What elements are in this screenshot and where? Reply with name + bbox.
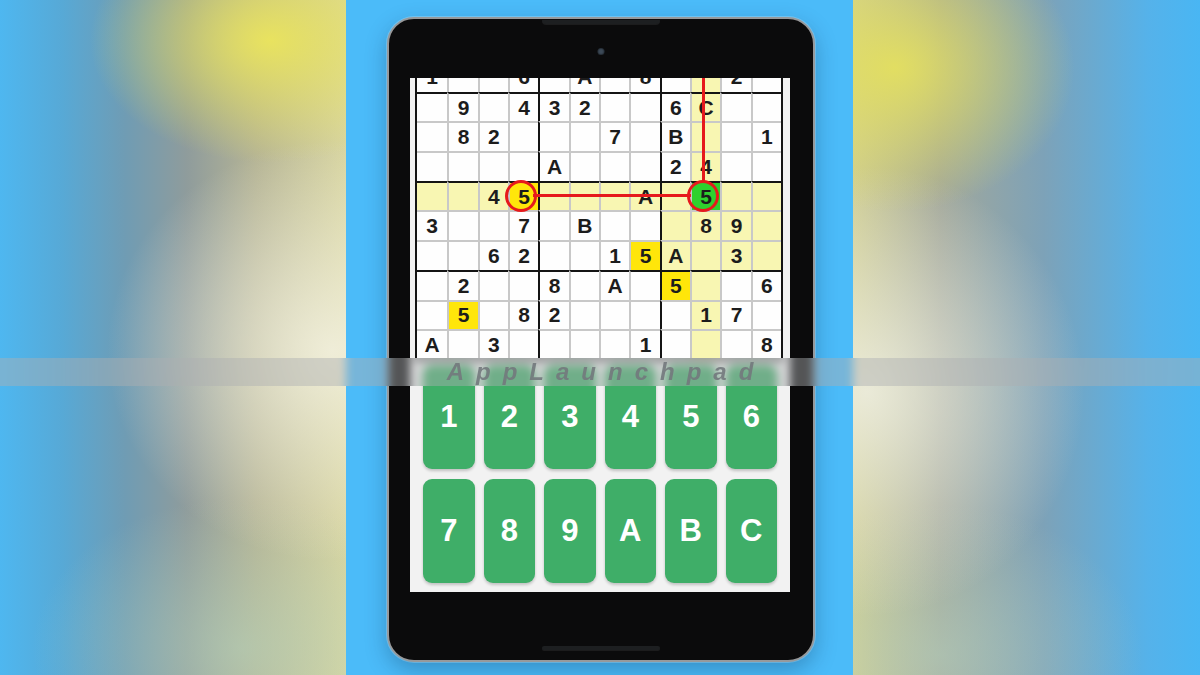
board-cell-r3c11[interactable]: 2 (720, 78, 750, 92)
board-cell-r6c1[interactable] (417, 151, 447, 181)
board-cell-r11c2[interactable]: 5 (447, 300, 477, 330)
board-cell-r6c4[interactable] (508, 151, 538, 181)
board-cell-r4c2[interactable]: 9 (447, 92, 477, 122)
board-cell-r3c8[interactable]: 8 (629, 78, 659, 92)
board-cell-r8c6[interactable]: B (569, 210, 599, 240)
board-cell-r10c5[interactable]: 8 (538, 270, 568, 300)
board-cell-r6c12[interactable] (751, 151, 781, 181)
board-cell-r12c1[interactable]: A (417, 329, 447, 359)
board-cell-r8c7[interactable] (599, 210, 629, 240)
tablet-top-seam (542, 20, 660, 24)
board-cell-r8c1[interactable]: 3 (417, 210, 447, 240)
board-cell-r5c4[interactable] (508, 121, 538, 151)
board-cell-r8c4[interactable]: 7 (508, 210, 538, 240)
board-cell-r6c10[interactable]: 4 (690, 151, 720, 181)
board-cell-r9c10[interactable] (690, 240, 720, 270)
board-cell-r11c12[interactable] (751, 300, 781, 330)
board-cell-r11c11[interactable]: 7 (720, 300, 750, 330)
board-cell-r9c9[interactable]: A (660, 240, 690, 270)
board-cell-r12c3[interactable]: 3 (478, 329, 508, 359)
board-cell-r10c8[interactable] (629, 270, 659, 300)
board-cell-r3c12[interactable] (751, 78, 781, 92)
board-cell-r9c4[interactable]: 2 (508, 240, 538, 270)
board-cell-r10c3[interactable] (478, 270, 508, 300)
board-cell-r10c7[interactable]: A (599, 270, 629, 300)
board-cell-r7c6[interactable] (569, 181, 599, 211)
board-cell-r11c1[interactable] (417, 300, 447, 330)
board-cell-r6c2[interactable] (447, 151, 477, 181)
board-cell-r11c10[interactable]: 1 (690, 300, 720, 330)
front-camera-icon (598, 48, 605, 55)
tablet-bottom-seam (542, 646, 660, 650)
board-cell-r7c3[interactable]: 4 (478, 181, 508, 211)
app-screen: 16A8294326C827B1A2445A537B896215A328A565… (410, 78, 790, 592)
watermark-text: AppLaunchpad (435, 358, 766, 386)
board-cell-r3c5[interactable] (538, 78, 568, 92)
board-cell-r7c7[interactable] (599, 181, 629, 211)
board-cell-r9c12[interactable] (751, 240, 781, 270)
board-cell-r9c1[interactable] (417, 240, 447, 270)
board-cell-r4c12[interactable] (751, 92, 781, 122)
board-cell-r11c5[interactable]: 2 (538, 300, 568, 330)
board-cell-r4c8[interactable] (629, 92, 659, 122)
board-cell-r12c6[interactable] (569, 329, 599, 359)
board-cell-r8c11[interactable]: 9 (720, 210, 750, 240)
board-cell-r6c8[interactable] (629, 151, 659, 181)
board-cell-r3c1[interactable]: 1 (417, 78, 447, 92)
board-cell-r3c10[interactable] (690, 78, 720, 92)
board-cell-r7c9[interactable] (660, 181, 690, 211)
board-cell-r10c10[interactable] (690, 270, 720, 300)
board-cell-r5c5[interactable] (538, 121, 568, 151)
keypad-button-C[interactable]: C (726, 479, 778, 583)
board-cell-r7c10[interactable]: 5 (690, 181, 720, 211)
board-cell-r5c12[interactable]: 1 (751, 121, 781, 151)
board-cell-r6c3[interactable] (478, 151, 508, 181)
board-cell-r8c10[interactable]: 8 (690, 210, 720, 240)
board-cell-r5c10[interactable] (690, 121, 720, 151)
board-cell-r5c1[interactable] (417, 121, 447, 151)
keypad-button-A[interactable]: A (605, 479, 657, 583)
board-cell-r9c11[interactable]: 3 (720, 240, 750, 270)
board-cell-r5c2[interactable]: 8 (447, 121, 477, 151)
board-cell-r3c3[interactable] (478, 78, 508, 92)
board-cell-r12c10[interactable] (690, 329, 720, 359)
board-cell-r6c5[interactable]: A (538, 151, 568, 181)
board-cell-r5c6[interactable] (569, 121, 599, 151)
board-cell-r9c6[interactable] (569, 240, 599, 270)
board-cell-r8c8[interactable] (629, 210, 659, 240)
board-cell-r4c1[interactable] (417, 92, 447, 122)
board-cell-r5c3[interactable]: 2 (478, 121, 508, 151)
board-cell-r5c9[interactable]: B (660, 121, 690, 151)
board-cell-r12c4[interactable] (508, 329, 538, 359)
board-cell-r10c2[interactable]: 2 (447, 270, 477, 300)
board-cell-r6c7[interactable] (599, 151, 629, 181)
board-cell-r4c3[interactable] (478, 92, 508, 122)
board-cell-r10c12[interactable]: 6 (751, 270, 781, 300)
screenshot-stage: 16A8294326C827B1A2445A537B896215A328A565… (0, 0, 1200, 675)
board-cell-r11c6[interactable] (569, 300, 599, 330)
board-cell-r4c6[interactable]: 2 (569, 92, 599, 122)
board-cell-r11c7[interactable] (599, 300, 629, 330)
board-cell-r11c4[interactable]: 8 (508, 300, 538, 330)
board-cell-r5c7[interactable]: 7 (599, 121, 629, 151)
board-cell-r12c12[interactable]: 8 (751, 329, 781, 359)
watermark-bar: AppLaunchpad (0, 358, 1200, 386)
keypad-button-B[interactable]: B (665, 479, 717, 583)
board-cell-r3c4[interactable]: 6 (508, 78, 538, 92)
board-cell-r9c8[interactable]: 5 (629, 240, 659, 270)
board-cell-r9c7[interactable]: 1 (599, 240, 629, 270)
board-cell-r11c9[interactable] (660, 300, 690, 330)
board-cell-r12c8[interactable]: 1 (629, 329, 659, 359)
board-cell-r9c2[interactable] (447, 240, 477, 270)
board-cell-r4c5[interactable]: 3 (538, 92, 568, 122)
board-cell-r5c8[interactable] (629, 121, 659, 151)
board-cell-r3c2[interactable] (447, 78, 477, 92)
board-cell-r4c10[interactable]: C (690, 92, 720, 122)
board-cell-r10c4[interactable] (508, 270, 538, 300)
board-cell-r4c11[interactable] (720, 92, 750, 122)
board-cell-r10c1[interactable] (417, 270, 447, 300)
board-cell-r10c6[interactable] (569, 270, 599, 300)
board-cell-r7c12[interactable] (751, 181, 781, 211)
board-cell-r3c9[interactable] (660, 78, 690, 92)
blurred-left-band (0, 0, 346, 675)
board-cell-r10c11[interactable] (720, 270, 750, 300)
board-cell-r12c2[interactable] (447, 329, 477, 359)
keypad-button-7[interactable]: 7 (423, 479, 475, 583)
board-cell-r8c9[interactable] (660, 210, 690, 240)
blurred-right-band (853, 0, 1200, 675)
board-cell-r12c5[interactable] (538, 329, 568, 359)
board-cell-r8c12[interactable] (751, 210, 781, 240)
board-cell-r6c11[interactable] (720, 151, 750, 181)
board-cell-r5c11[interactable] (720, 121, 750, 151)
board-cell-r9c3[interactable]: 6 (478, 240, 508, 270)
board-cell-r6c6[interactable] (569, 151, 599, 181)
board-cell-r11c8[interactable] (629, 300, 659, 330)
board-cell-r4c7[interactable] (599, 92, 629, 122)
board-cell-r7c4[interactable]: 5 (508, 181, 538, 211)
board-cell-r7c5[interactable] (538, 181, 568, 211)
keypad-row-2: 789ABC (423, 479, 777, 583)
board-cell-r3c6[interactable]: A (569, 78, 599, 92)
board-cell-r9c5[interactable] (538, 240, 568, 270)
board-cell-r4c4[interactable]: 4 (508, 92, 538, 122)
board-cell-r7c8[interactable]: A (629, 181, 659, 211)
keypad-button-8[interactable]: 8 (484, 479, 536, 583)
sudoku-board[interactable]: 16A8294326C827B1A2445A537B896215A328A565… (415, 78, 783, 361)
board-cell-r11c3[interactable] (478, 300, 508, 330)
board-cell-r8c5[interactable] (538, 210, 568, 240)
board-cell-r12c7[interactable] (599, 329, 629, 359)
board-cell-r7c2[interactable] (447, 181, 477, 211)
board-cell-r3c7[interactable] (599, 78, 629, 92)
board-cell-r8c2[interactable] (447, 210, 477, 240)
board-cell-r6c9[interactable]: 2 (660, 151, 690, 181)
board-cell-r12c11[interactable] (720, 329, 750, 359)
tablet-frame: 16A8294326C827B1A2445A537B896215A328A565… (387, 17, 815, 662)
board-cell-r8c3[interactable] (478, 210, 508, 240)
board-cell-r10c9[interactable]: 5 (660, 270, 690, 300)
board-cell-r7c11[interactable] (720, 181, 750, 211)
board-cell-r12c9[interactable] (660, 329, 690, 359)
board-cell-r7c1[interactable] (417, 181, 447, 211)
board-cell-r4c9[interactable]: 6 (660, 92, 690, 122)
keypad-button-9[interactable]: 9 (544, 479, 596, 583)
